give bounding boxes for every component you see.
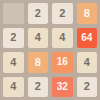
tile-4: 4 xyxy=(28,28,49,49)
tile-4: 4 xyxy=(3,77,24,98)
tile-64: 64 xyxy=(77,28,98,49)
tile-4: 4 xyxy=(77,52,98,73)
tile-4: 4 xyxy=(52,28,73,49)
tile-32: 32 xyxy=(52,77,73,98)
tile-2: 2 xyxy=(52,3,73,24)
tile-2: 2 xyxy=(3,28,24,49)
tile-8: 8 xyxy=(77,3,98,24)
tile-2: 2 xyxy=(28,3,49,24)
tile-4: 4 xyxy=(3,52,24,73)
tile-8: 8 xyxy=(28,52,49,73)
empty-cell xyxy=(3,3,24,24)
tile-2: 2 xyxy=(28,77,49,98)
tile-16: 16 xyxy=(52,52,73,73)
game-board-2048[interactable]: 228244644816442322 xyxy=(0,0,100,100)
tile-2: 2 xyxy=(77,77,98,98)
